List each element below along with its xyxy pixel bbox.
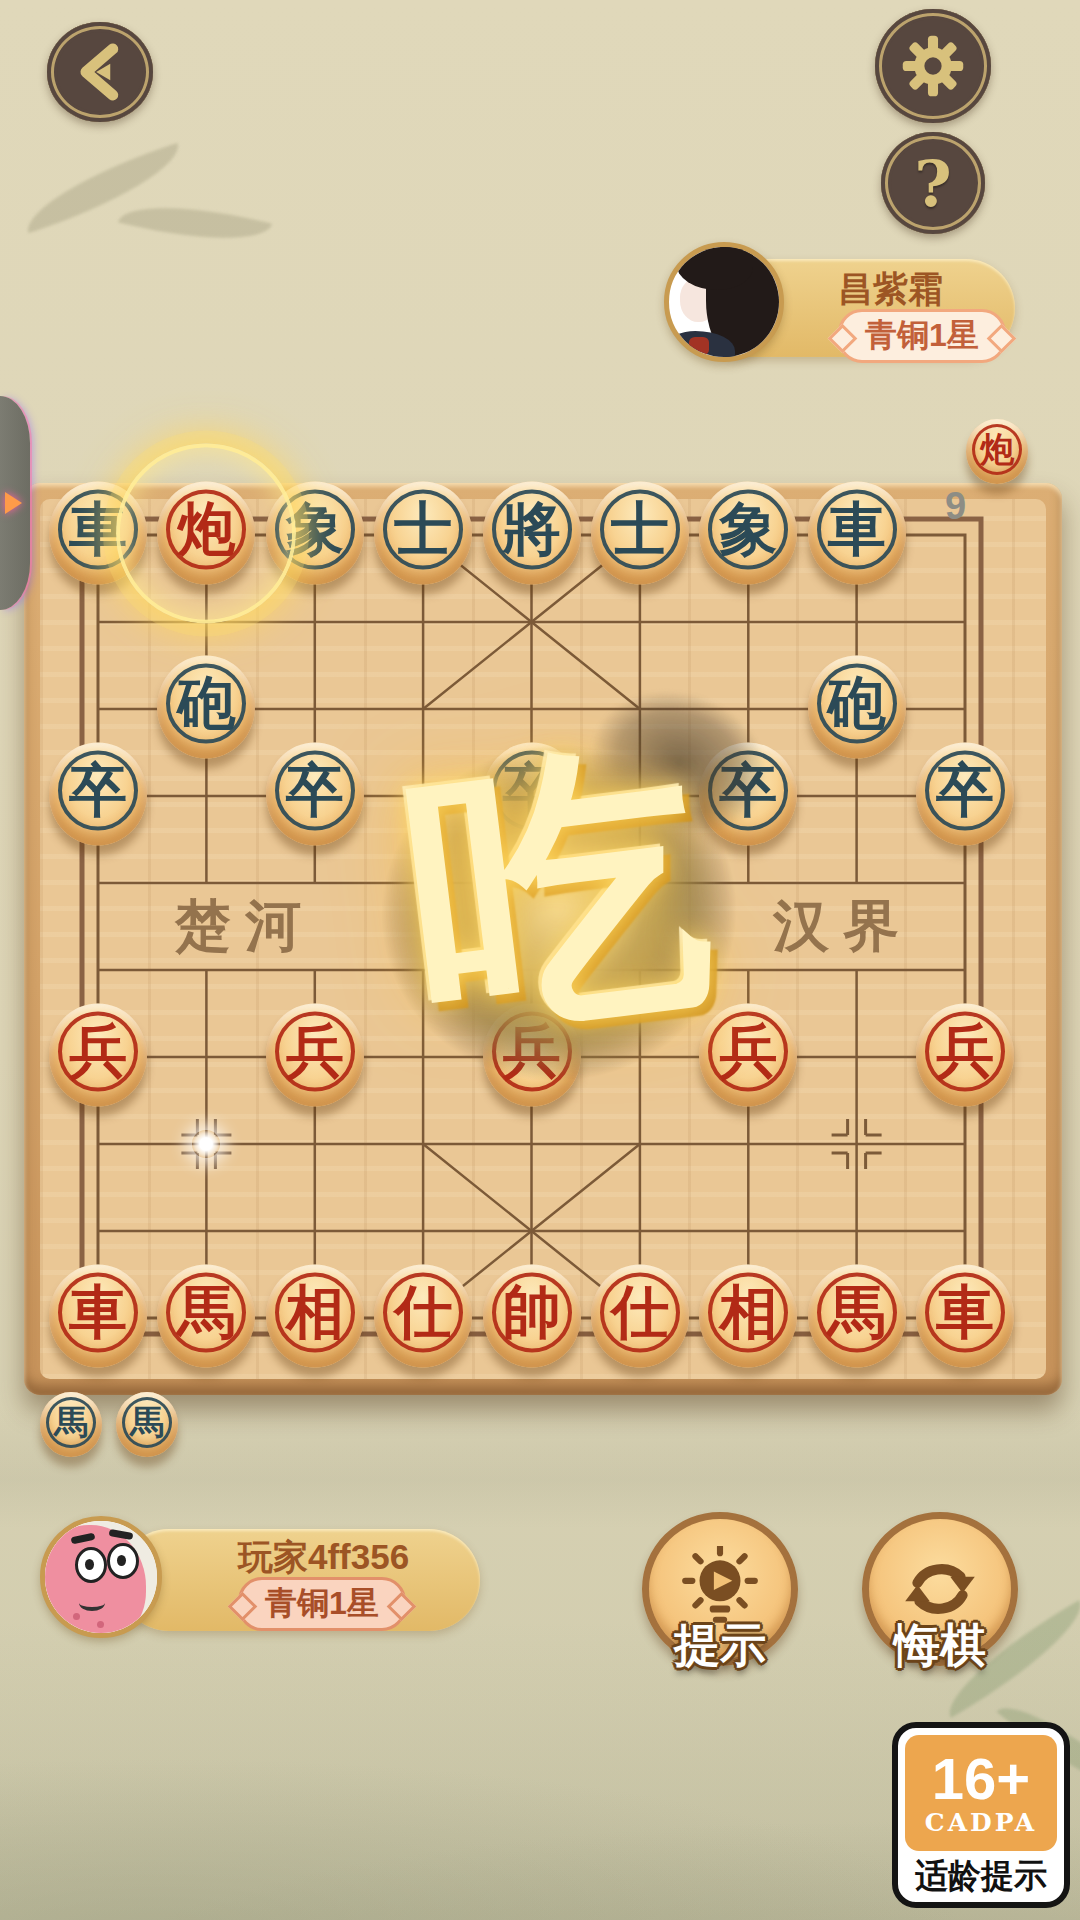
bamboo-leaf-decor (118, 187, 272, 258)
captured-by-red-tray: 馬馬 (40, 1392, 178, 1457)
player-rank-badge: 青铜1星 (238, 1577, 406, 1631)
board-piece-仕[interactable]: 仕 (374, 1264, 472, 1367)
hint-label: 提示 (674, 1615, 766, 1677)
opponent-rank-text: 青铜1星 (865, 314, 979, 358)
opponent-name: 昌紫霜 (838, 269, 1015, 309)
back-icon (68, 40, 132, 104)
player-name: 玩家4ff356 (238, 1537, 480, 1577)
xiangqi-board[interactable]: 9 楚河 汉界 車炮象士將士象車砲砲卒卒卒卒卒兵兵兵兵兵車馬相仕帥仕相馬車 吃 (24, 483, 1062, 1395)
board-piece-相[interactable]: 相 (699, 1264, 797, 1367)
back-button[interactable] (47, 22, 153, 122)
avatar-ribbon (689, 337, 709, 355)
move-origin-glow (192, 1130, 220, 1158)
board-piece-馬[interactable]: 馬 (157, 1264, 255, 1367)
board-piece-車[interactable]: 車 (49, 1264, 147, 1367)
captured-piece-炮: 炮 (966, 419, 1028, 484)
opponent-avatar (664, 242, 784, 362)
opponent-rank-badge: 青铜1星 (838, 309, 1006, 363)
board-piece-相[interactable]: 相 (266, 1264, 364, 1367)
help-button[interactable]: ? (881, 132, 985, 234)
board-piece-兵[interactable]: 兵 (916, 1003, 1014, 1106)
board-piece-卒[interactable]: 卒 (266, 742, 364, 845)
age-number: 16+ (932, 1750, 1030, 1808)
board-piece-車[interactable]: 車 (808, 481, 906, 584)
board-piece-車[interactable]: 車 (916, 1264, 1014, 1367)
drawer-arrow-icon (5, 492, 22, 514)
board-piece-馬[interactable]: 馬 (808, 1264, 906, 1367)
player-nameplate: 玩家4ff356 青铜1星 (118, 1529, 480, 1631)
avatar-mouth (79, 1595, 105, 1611)
board-piece-象[interactable]: 象 (699, 481, 797, 584)
question-icon: ? (914, 146, 952, 221)
board-piece-卒[interactable]: 卒 (916, 742, 1014, 845)
board-piece-將[interactable]: 將 (483, 481, 581, 584)
undo-label: 悔棋 (894, 1615, 986, 1677)
board-piece-卒[interactable]: 卒 (49, 742, 147, 845)
avatar-eye (107, 1543, 139, 1579)
board-piece-士[interactable]: 士 (591, 481, 689, 584)
captured-piece-馬: 馬 (116, 1392, 178, 1457)
settings-button[interactable] (875, 9, 991, 123)
board-piece-仕[interactable]: 仕 (591, 1264, 689, 1367)
age-rating-badge: 16+ CADPA 适龄提示 (892, 1722, 1070, 1908)
captured-by-black-tray: 炮 (966, 419, 1028, 484)
player-rank-text: 青铜1星 (265, 1582, 379, 1626)
capture-effect-glyph: 吃 (388, 681, 729, 1113)
avatar-dot (97, 1621, 104, 1628)
board-piece-炮[interactable]: 炮 (157, 481, 255, 584)
board-piece-砲[interactable]: 砲 (808, 655, 906, 758)
board-piece-兵[interactable]: 兵 (49, 1003, 147, 1106)
age-org: CADPA (925, 1808, 1037, 1837)
board-piece-士[interactable]: 士 (374, 481, 472, 584)
age-caption: 适龄提示 (915, 1854, 1047, 1899)
avatar-eye (75, 1547, 107, 1583)
undo-button[interactable]: 悔棋 (862, 1512, 1018, 1666)
gear-icon (897, 30, 969, 102)
board-piece-帥[interactable]: 帥 (483, 1264, 581, 1367)
hint-button[interactable]: 提示 (642, 1512, 798, 1666)
board-piece-兵[interactable]: 兵 (266, 1003, 364, 1106)
player-avatar (40, 1516, 162, 1638)
age-rating-inner: 16+ CADPA (905, 1735, 1057, 1851)
board-piece-砲[interactable]: 砲 (157, 655, 255, 758)
captured-piece-馬: 馬 (40, 1392, 102, 1457)
avatar-dot (73, 1613, 80, 1620)
game-screen: ? 昌紫霜 青铜1星 炮 9 (0, 0, 1080, 1920)
